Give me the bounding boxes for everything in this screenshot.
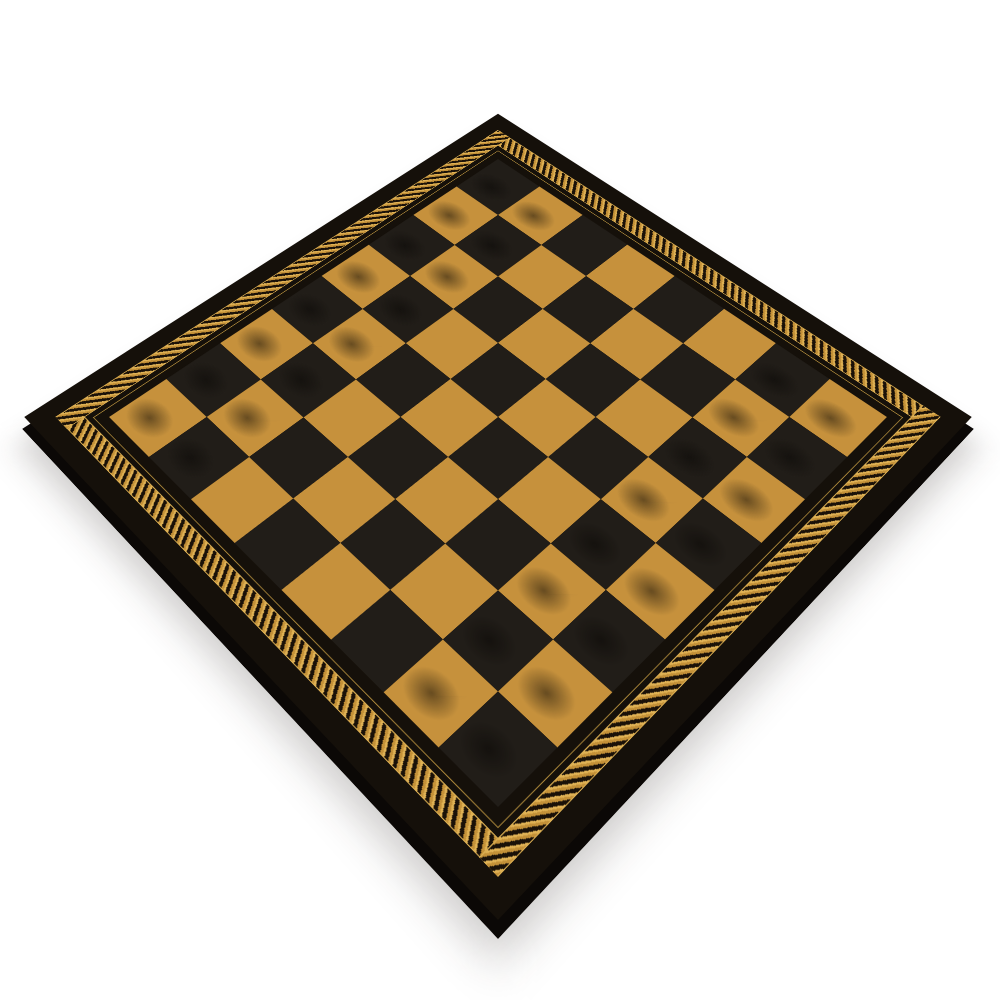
squares-grid: ♜♟♟♜♞♟♟♞♝♟♟♝♚♟♟♚♛♟♟♛♝♟♟♝♞♟♟♞♜♟♟♜	[109, 159, 887, 807]
photo-background: ♜♟♟♜♞♟♟♞♝♟♟♝♚♟♟♚♛♟♟♛♝♟♟♝♞♟♟♞♜♟♟♜	[0, 0, 1000, 1000]
chess-piece-glyph: ♟	[30, 378, 359, 464]
square-a1[interactable]: ♜	[439, 692, 557, 807]
chess-piece-glyph: ♜	[298, 642, 688, 758]
chess-board: ♜♟♟♜♞♟♟♞♝♟♟♝♚♟♟♚♛♟♟♛♝♟♟♝♞♟♟♞♜♟♟♜	[24, 114, 972, 920]
chessboard-scene: ♜♟♟♜♞♟♟♞♝♟♟♝♚♟♟♚♛♟♟♛♝♟♟♝♞♟♟♞♜♟♟♜	[24, 114, 972, 920]
